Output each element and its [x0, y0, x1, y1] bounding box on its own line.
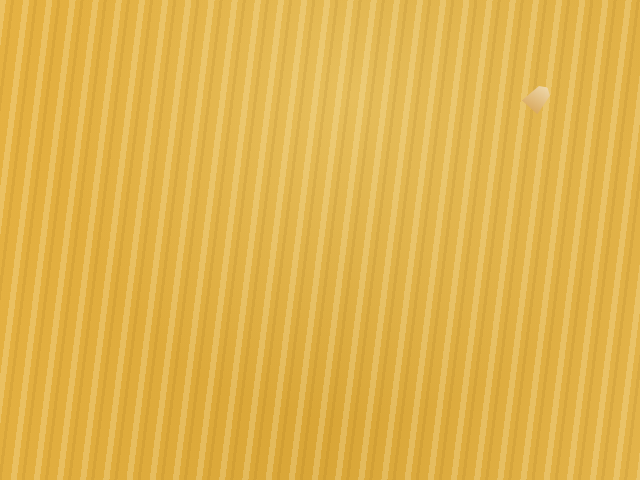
shogi-board-surface — [0, 0, 640, 480]
shogi-scene-photo — [0, 0, 640, 480]
